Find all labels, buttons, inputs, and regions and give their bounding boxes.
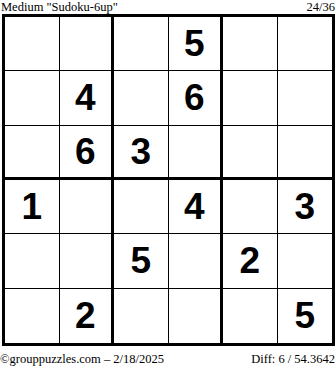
cell-r6c5[interactable]	[223, 289, 278, 343]
cell-r5c6[interactable]	[278, 234, 333, 288]
cell-r1c5[interactable]	[223, 17, 278, 71]
cell-r5c3: 5	[114, 234, 169, 288]
footer-difficulty: Diff: 6 / 54.3642	[251, 352, 335, 367]
cell-r5c2[interactable]	[60, 234, 115, 288]
cell-r1c1[interactable]	[5, 17, 60, 71]
cell-r1c3[interactable]	[114, 17, 169, 71]
cell-r3c2: 6	[60, 126, 115, 180]
given-digit: 5	[130, 242, 151, 279]
cell-r5c1[interactable]	[5, 234, 60, 288]
cell-r2c6[interactable]	[278, 71, 333, 125]
given-digit: 2	[239, 242, 260, 279]
given-digit: 5	[184, 25, 205, 62]
cell-r6c3[interactable]	[114, 289, 169, 343]
puzzle-page: Medium "Sudoku-6up" 24/36 546631435225 ©…	[0, 0, 336, 370]
cell-r2c4: 6	[169, 71, 224, 125]
given-digit: 2	[75, 297, 96, 334]
header: Medium "Sudoku-6up" 24/36	[1, 0, 335, 14]
cell-r1c4: 5	[169, 17, 224, 71]
cell-r2c5[interactable]	[223, 71, 278, 125]
given-digit: 4	[184, 188, 205, 225]
cell-r6c2: 2	[60, 289, 115, 343]
cell-r2c1[interactable]	[5, 71, 60, 125]
given-digit: 3	[294, 188, 315, 225]
cell-r1c6[interactable]	[278, 17, 333, 71]
puzzle-counter: 24/36	[307, 1, 335, 14]
cell-r6c4[interactable]	[169, 289, 224, 343]
given-digit: 4	[75, 79, 96, 116]
footer: ©grouppuzzles.com – 2/18/2025 Diff: 6 / …	[0, 351, 335, 367]
cell-r4c1: 1	[5, 180, 60, 234]
cell-r4c5[interactable]	[223, 180, 278, 234]
cell-r3c1[interactable]	[5, 126, 60, 180]
cell-r3c5[interactable]	[223, 126, 278, 180]
cell-r2c3[interactable]	[114, 71, 169, 125]
cell-r5c5: 2	[223, 234, 278, 288]
cell-r3c3: 3	[114, 126, 169, 180]
cell-r5c4[interactable]	[169, 234, 224, 288]
cell-r2c2: 4	[60, 71, 115, 125]
cell-r4c4: 4	[169, 180, 224, 234]
cell-r1c2[interactable]	[60, 17, 115, 71]
given-digit: 5	[294, 297, 315, 334]
cell-r6c1[interactable]	[5, 289, 60, 343]
cell-r4c6: 3	[278, 180, 333, 234]
cell-r6c6: 5	[278, 289, 333, 343]
given-digit: 6	[75, 133, 96, 170]
cell-r3c6[interactable]	[278, 126, 333, 180]
cell-r4c2[interactable]	[60, 180, 115, 234]
board: 546631435225	[2, 14, 335, 346]
cell-r4c3[interactable]	[114, 180, 169, 234]
cell-r3c4[interactable]	[169, 126, 224, 180]
footer-copyright: ©grouppuzzles.com – 2/18/2025	[0, 352, 164, 367]
given-digit: 6	[184, 79, 205, 116]
given-digit: 3	[130, 133, 151, 170]
given-digit: 1	[21, 188, 42, 225]
page-title: Medium "Sudoku-6up"	[1, 1, 118, 14]
